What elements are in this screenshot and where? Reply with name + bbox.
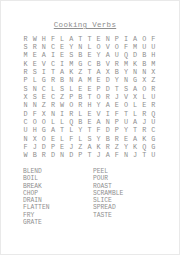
- grid-cell: Y: [121, 143, 130, 151]
- grid-cell: N: [140, 68, 149, 76]
- grid-cell: L: [48, 85, 57, 93]
- grid-cell: C: [39, 85, 48, 93]
- grid-cell: N: [39, 43, 48, 51]
- grid-cell: X: [140, 77, 149, 85]
- grid-cell: B: [94, 60, 103, 68]
- grid-cell: T: [48, 68, 57, 76]
- grid-cell: O: [94, 43, 103, 51]
- grid-cell: B: [76, 93, 85, 101]
- grid-cell: T: [85, 93, 94, 101]
- word-list-item: TASTE: [93, 212, 123, 219]
- grid-cell: T: [85, 127, 94, 135]
- grid-cell: Q: [149, 110, 158, 118]
- grid-cell: S: [21, 85, 30, 93]
- grid-cell: B: [58, 77, 67, 85]
- grid-cell: U: [121, 118, 130, 126]
- grid-cell: X: [21, 93, 30, 101]
- grid-cell: Z: [149, 77, 158, 85]
- grid-cell: M: [67, 60, 76, 68]
- grid-cell: A: [58, 68, 67, 76]
- grid-cell: A: [103, 152, 112, 160]
- grid-cell: U: [149, 43, 158, 51]
- grid-cell: N: [58, 152, 67, 160]
- grid-cell: W: [58, 102, 67, 110]
- grid-cell: A: [131, 118, 140, 126]
- grid-cell: T: [121, 110, 130, 118]
- grid-cell: W: [30, 35, 39, 43]
- grid-cell: U: [149, 152, 158, 160]
- word-list-item: GRATE: [23, 219, 49, 226]
- grid-cell: H: [39, 35, 48, 43]
- grid-cell: E: [76, 85, 85, 93]
- grid-cell: Z: [76, 68, 85, 76]
- word-list-item: BLEND: [23, 168, 49, 175]
- grid-cell: R: [103, 93, 112, 101]
- grid-cell: N: [76, 43, 85, 51]
- grid-cell: X: [39, 110, 48, 118]
- grid-cell: L: [131, 110, 140, 118]
- grid-cell: R: [149, 102, 158, 110]
- grid-cell: P: [21, 77, 30, 85]
- grid-cell: T: [112, 85, 121, 93]
- grid-cell: N: [67, 77, 76, 85]
- word-list-item: ROAST: [93, 183, 123, 190]
- grid-cell: X: [103, 68, 112, 76]
- grid-cell: A: [131, 85, 140, 93]
- grid-cell: E: [58, 43, 67, 51]
- grid-cell: R: [103, 143, 112, 151]
- grid-cell: P: [112, 35, 121, 43]
- grid-cell: E: [85, 110, 94, 118]
- grid-cell: T: [76, 35, 85, 43]
- grid-cell: A: [103, 102, 112, 110]
- grid-cell: N: [121, 77, 130, 85]
- grid-cell: A: [103, 52, 112, 60]
- grid-cell: Y: [76, 127, 85, 135]
- grid-cell: T: [85, 68, 94, 76]
- grid-cell: Z: [112, 143, 121, 151]
- grid-cell: A: [76, 77, 85, 85]
- grid-cell: Q: [67, 118, 76, 126]
- grid-cell: E: [85, 52, 94, 60]
- grid-cell: K: [94, 143, 103, 151]
- grid-cell: M: [149, 60, 158, 68]
- grid-cell: O: [121, 102, 130, 110]
- grid-cell: S: [85, 135, 94, 143]
- word-list-item: SPREAD: [93, 204, 123, 211]
- grid-cell: D: [103, 77, 112, 85]
- grid-cell: P: [76, 152, 85, 160]
- grid-cell: M: [121, 60, 130, 68]
- grid-cell: N: [103, 118, 112, 126]
- grid-cell: L: [85, 43, 94, 51]
- grid-cell: U: [21, 127, 30, 135]
- grid-cell: V: [39, 60, 48, 68]
- grid-cell: D: [39, 143, 48, 151]
- word-list-item: DRAIN: [23, 197, 49, 204]
- grid-cell: G: [149, 143, 158, 151]
- grid-cell: T: [140, 152, 149, 160]
- grid-cell: M: [85, 77, 94, 85]
- grid-cell: Y: [121, 127, 130, 135]
- word-list-item: BOIL: [23, 175, 49, 182]
- grid-cell: K: [140, 135, 149, 143]
- grid-cell: U: [149, 93, 158, 101]
- grid-cell: L: [58, 118, 67, 126]
- grid-cell: O: [140, 35, 149, 43]
- grid-cell: V: [121, 93, 130, 101]
- grid-cell: G: [76, 60, 85, 68]
- grid-cell: D: [131, 52, 140, 60]
- grid-cell: S: [58, 85, 67, 93]
- grid-cell: F: [67, 135, 76, 143]
- grid-cell: K: [21, 60, 30, 68]
- grid-cell: O: [140, 85, 149, 93]
- grid-cell: B: [112, 68, 121, 76]
- grid-cell: N: [131, 68, 140, 76]
- grid-cell: A: [131, 135, 140, 143]
- word-list-item: POUR: [93, 175, 123, 182]
- grid-cell: P: [48, 143, 57, 151]
- grid-cell: M: [21, 52, 30, 60]
- grid-cell: S: [67, 52, 76, 60]
- grid-cell: E: [121, 135, 130, 143]
- grid-cell: E: [85, 85, 94, 93]
- grid-cell: L: [48, 118, 57, 126]
- grid-cell: F: [48, 35, 57, 43]
- grid-cell: X: [30, 135, 39, 143]
- grid-cell: Y: [94, 102, 103, 110]
- grid-cell: J: [140, 118, 149, 126]
- grid-cell: N: [21, 102, 30, 110]
- grid-cell: P: [94, 85, 103, 93]
- grid-cell: E: [140, 102, 149, 110]
- grid-cell: E: [39, 93, 48, 101]
- grid-cell: V: [94, 110, 103, 118]
- grid-cell: D: [67, 152, 76, 160]
- grid-cell: D: [103, 85, 112, 93]
- word-list-left: BLENDBOILBREAKCHOPDRAINFLATTENFRYGRATE: [23, 168, 49, 226]
- word-list-item: SLICE: [93, 197, 123, 204]
- grid-cell: G: [149, 135, 158, 143]
- grid-cell: B: [103, 135, 112, 143]
- grid-cell: C: [85, 60, 94, 68]
- grid-cell: J: [112, 93, 121, 101]
- grid-cell: E: [58, 52, 67, 60]
- grid-cell: I: [58, 110, 67, 118]
- grid-cell: V: [103, 60, 112, 68]
- grid-cell: U: [112, 52, 121, 60]
- grid-cell: Q: [121, 52, 130, 60]
- grid-cell: J: [30, 143, 39, 151]
- word-list-item: PEEL: [93, 168, 123, 175]
- grid-cell: L: [131, 102, 140, 110]
- grid-cell: I: [121, 35, 130, 43]
- puzzle-title: Cooking Verbs: [1, 21, 169, 29]
- grid-cell: L: [76, 135, 85, 143]
- grid-cell: T: [85, 35, 94, 43]
- grid-cell: Y: [112, 77, 121, 85]
- grid-cell: S: [121, 85, 130, 93]
- grid-cell: A: [94, 118, 103, 126]
- grid-cell: L: [58, 35, 67, 43]
- grid-cell: D: [48, 152, 57, 160]
- grid-cell: C: [48, 60, 57, 68]
- grid-cell: P: [112, 127, 121, 135]
- grid-cell: C: [48, 93, 57, 101]
- grid-cell: D: [103, 127, 112, 135]
- grid-cell: A: [48, 127, 57, 135]
- grid-cell: A: [67, 35, 76, 43]
- grid-cell: D: [21, 110, 30, 118]
- grid-cell: S: [30, 68, 39, 76]
- grid-cell: G: [39, 127, 48, 135]
- grid-cell: C: [48, 43, 57, 51]
- worksheet-page: Cooking Verbs RWHFLATTENPIAOFSRNCEYNLOVO…: [0, 0, 180, 255]
- grid-cell: L: [140, 93, 149, 101]
- grid-cell: R: [48, 77, 57, 85]
- grid-cell: J: [131, 152, 140, 160]
- grid-cell: C: [149, 127, 158, 135]
- grid-cell: L: [76, 110, 85, 118]
- grid-cell: O: [94, 93, 103, 101]
- grid-cell: L: [67, 127, 76, 135]
- grid-cell: E: [30, 60, 39, 68]
- grid-cell: R: [76, 102, 85, 110]
- grid-cell: I: [103, 110, 112, 118]
- grid-cell: V: [103, 43, 112, 51]
- grid-cell: O: [30, 118, 39, 126]
- grid-cell: G: [39, 77, 48, 85]
- grid-cell: Z: [39, 102, 48, 110]
- grid-cell: T: [131, 127, 140, 135]
- word-list-right: PEELPOURROASTSCRAMBLESLICESPREADTASTE: [93, 168, 123, 219]
- word-list-item: FLATTEN: [23, 204, 49, 211]
- grid-cell: U: [140, 43, 149, 51]
- grid-cell: L: [58, 135, 67, 143]
- grid-cell: J: [67, 143, 76, 151]
- grid-cell: S: [30, 93, 39, 101]
- grid-cell: K: [67, 68, 76, 76]
- grid-cell: P: [67, 93, 76, 101]
- grid-cell: U: [149, 118, 158, 126]
- grid-cell: O: [39, 135, 48, 143]
- grid-cell: E: [58, 143, 67, 151]
- grid-cell: I: [39, 68, 48, 76]
- grid-cell: Y: [94, 135, 103, 143]
- grid-cell: F: [112, 152, 121, 160]
- grid-cell: H: [85, 102, 94, 110]
- grid-cell: E: [85, 118, 94, 126]
- grid-cell: N: [48, 110, 57, 118]
- grid-cell: R: [112, 135, 121, 143]
- grid-cell: E: [30, 52, 39, 60]
- grid-cell: R: [21, 68, 30, 76]
- grid-cell: T: [85, 152, 94, 160]
- grid-cell: A: [39, 52, 48, 60]
- grid-cell: Y: [121, 68, 130, 76]
- grid-cell: G: [131, 77, 140, 85]
- grid-cell: S: [21, 43, 30, 51]
- grid-cell: Y: [94, 52, 103, 60]
- grid-cell: E: [94, 35, 103, 43]
- grid-cell: N: [30, 102, 39, 110]
- grid-cell: H: [149, 52, 158, 60]
- grid-cell: O: [39, 118, 48, 126]
- grid-cell: Y: [67, 43, 76, 51]
- grid-cell: X: [131, 93, 140, 101]
- grid-cell: F: [94, 127, 103, 135]
- word-list-item: SCRAMBLE: [93, 190, 123, 197]
- grid-cell: F: [149, 35, 158, 43]
- grid-cell: T: [58, 127, 67, 135]
- grid-cell: Z: [58, 93, 67, 101]
- grid-cell: N: [21, 135, 30, 143]
- grid-cell: R: [21, 35, 30, 43]
- grid-cell: A: [131, 35, 140, 43]
- grid-cell: R: [30, 43, 39, 51]
- grid-cell: R: [140, 127, 149, 135]
- word-list-item: FRY: [23, 212, 49, 219]
- grid-cell: I: [58, 60, 67, 68]
- grid-cell: R: [48, 102, 57, 110]
- word-list-item: CHOP: [23, 190, 49, 197]
- grid-cell: F: [112, 110, 121, 118]
- grid-cell: X: [149, 68, 158, 76]
- grid-cell: E: [48, 135, 57, 143]
- grid-cell: B: [140, 60, 149, 68]
- grid-cell: R: [67, 110, 76, 118]
- grid-cell: W: [21, 152, 30, 160]
- grid-cell: K: [131, 60, 140, 68]
- grid-cell: E: [112, 102, 121, 110]
- grid-cell: N: [103, 35, 112, 43]
- grid-cell: B: [30, 152, 39, 160]
- grid-cell: R: [149, 85, 158, 93]
- grid-cell: M: [131, 43, 140, 51]
- grid-cell: B: [140, 52, 149, 60]
- grid-cell: R: [39, 152, 48, 160]
- grid-cell: Q: [140, 143, 149, 151]
- grid-cell: L: [67, 85, 76, 93]
- grid-cell: I: [48, 52, 57, 60]
- grid-cell: P: [112, 118, 121, 126]
- grid-cell: F: [30, 110, 39, 118]
- grid-cell: Z: [76, 143, 85, 151]
- grid-cell: B: [76, 118, 85, 126]
- grid-cell: C: [21, 118, 30, 126]
- word-list-item: BREAK: [23, 183, 49, 190]
- grid-cell: H: [30, 127, 39, 135]
- word-search-grid: RWHFLATTENPIAOFSRNCEYNLOVOFMUUMEAIESBEYA…: [21, 35, 158, 160]
- grid-cell: B: [76, 52, 85, 60]
- grid-cell: R: [112, 60, 121, 68]
- grid-cell: F: [21, 143, 30, 151]
- grid-cell: A: [94, 68, 103, 76]
- grid-cell: A: [85, 143, 94, 151]
- grid-cell: E: [94, 77, 103, 85]
- grid-cell: F: [121, 43, 130, 51]
- grid-cell: K: [131, 143, 140, 151]
- grid-cell: J: [94, 152, 103, 160]
- grid-cell: N: [121, 152, 130, 160]
- grid-cell: N: [30, 85, 39, 93]
- grid-cell: L: [30, 77, 39, 85]
- grid-cell: R: [140, 110, 149, 118]
- grid-cell: O: [67, 102, 76, 110]
- grid-cell: O: [112, 43, 121, 51]
